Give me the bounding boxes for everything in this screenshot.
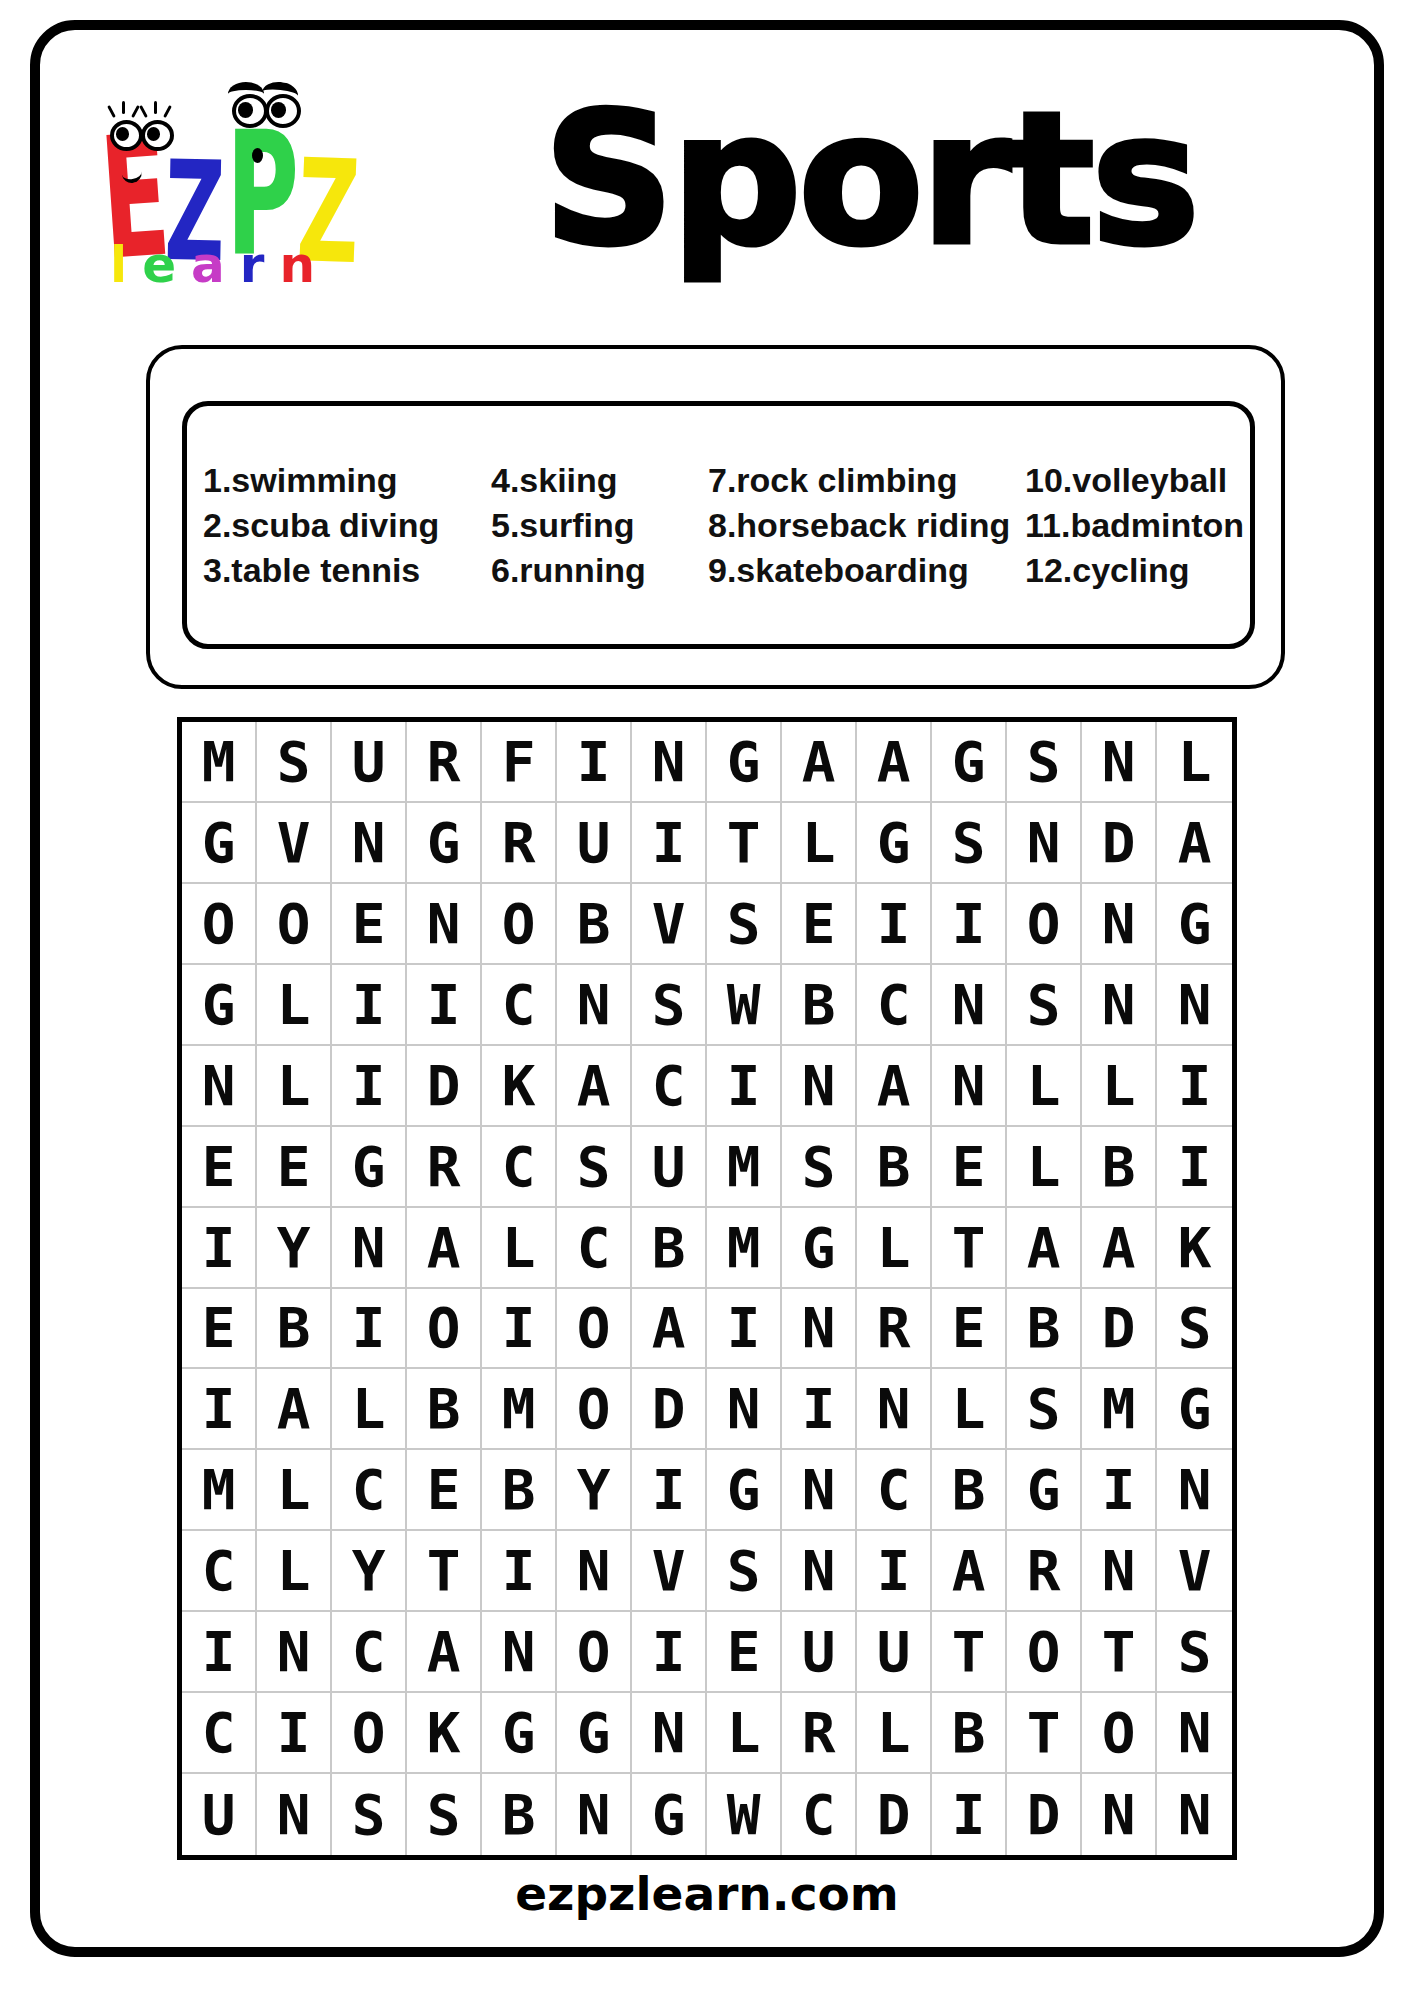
grid-cell[interactable]: Y	[257, 1208, 332, 1289]
grid-cell[interactable]: G	[1157, 884, 1232, 965]
grid-cell[interactable]: I	[332, 1046, 407, 1127]
grid-cell[interactable]: L	[857, 1693, 932, 1774]
grid-cell[interactable]: N	[482, 1612, 557, 1693]
grid-cell[interactable]: B	[482, 1450, 557, 1531]
grid-cell[interactable]: O	[1007, 884, 1082, 965]
grid-cell[interactable]: M	[482, 1369, 557, 1450]
grid-cell[interactable]: A	[632, 1289, 707, 1370]
grid-cell[interactable]: G	[932, 722, 1007, 803]
grid-cell[interactable]: K	[482, 1046, 557, 1127]
grid-cell[interactable]: V	[257, 803, 332, 884]
grid-cell[interactable]: C	[182, 1531, 257, 1612]
grid-cell[interactable]: O	[257, 884, 332, 965]
grid-cell[interactable]: N	[557, 1774, 632, 1855]
grid-cell[interactable]: N	[1157, 1450, 1232, 1531]
grid-cell[interactable]: O	[332, 1693, 407, 1774]
grid-cell[interactable]: N	[782, 1289, 857, 1370]
grid-cell[interactable]: N	[332, 1208, 407, 1289]
grid-cell[interactable]: U	[332, 722, 407, 803]
grid-cell[interactable]: C	[332, 1450, 407, 1531]
word-list-item: 7.rock climbing	[708, 458, 1025, 503]
grid-cell[interactable]: D	[1007, 1774, 1082, 1855]
grid-cell[interactable]: T	[1007, 1693, 1082, 1774]
grid-cell[interactable]: I	[857, 884, 932, 965]
grid-cell[interactable]: E	[782, 884, 857, 965]
grid-cell[interactable]: E	[182, 1127, 257, 1208]
grid-cell[interactable]: L	[707, 1693, 782, 1774]
grid-cell[interactable]: B	[557, 884, 632, 965]
grid-cell[interactable]: A	[857, 1046, 932, 1127]
logo-letter: e	[142, 236, 191, 294]
logo-letter: l	[110, 236, 142, 294]
grid-cell[interactable]: O	[557, 1612, 632, 1693]
worksheet-page: EZPZ learn Sports 1.swimming4.skiing7.ro…	[0, 0, 1414, 2000]
googly-eye-icon	[232, 94, 268, 128]
grid-cell[interactable]: O	[557, 1289, 632, 1370]
googly-eye-icon	[141, 120, 174, 151]
word-list-item: 6.running	[491, 548, 708, 593]
grid-cell[interactable]: N	[1082, 965, 1157, 1046]
word-list-item: 8.horseback riding	[708, 503, 1025, 548]
word-list-item: 12.cycling	[1025, 548, 1250, 593]
grid-cell[interactable]: I	[857, 1531, 932, 1612]
grid-cell[interactable]: N	[257, 1774, 332, 1855]
grid-cell[interactable]: N	[407, 884, 482, 965]
grid-cell[interactable]: I	[1157, 1127, 1232, 1208]
grid-cell[interactable]: I	[632, 1450, 707, 1531]
grid-cell[interactable]: O	[1007, 1612, 1082, 1693]
grid-cell[interactable]: N	[1082, 884, 1157, 965]
grid-cell[interactable]: N	[182, 1046, 257, 1127]
grid-cell[interactable]: K	[1157, 1208, 1232, 1289]
grid-cell[interactable]: L	[257, 1046, 332, 1127]
grid-cell[interactable]: L	[482, 1208, 557, 1289]
grid-cell[interactable]: B	[932, 1450, 1007, 1531]
word-list-item: 9.skateboarding	[708, 548, 1025, 593]
grid-cell[interactable]: N	[632, 1693, 707, 1774]
grid-cell[interactable]: A	[407, 1208, 482, 1289]
grid-cell[interactable]: M	[707, 1208, 782, 1289]
grid-cell[interactable]: R	[482, 803, 557, 884]
grid-cell[interactable]: N	[1157, 1774, 1232, 1855]
grid-cell[interactable]: G	[707, 1450, 782, 1531]
word-list-inner-box: 1.swimming4.skiing7.rock climbing10.voll…	[182, 401, 1255, 649]
footer-url: ezpzlearn.com	[0, 1866, 1414, 1921]
grid-cell[interactable]: S	[782, 1127, 857, 1208]
grid-cell[interactable]: N	[932, 1046, 1007, 1127]
grid-cell[interactable]: B	[932, 1693, 1007, 1774]
grid-cell[interactable]: A	[1157, 803, 1232, 884]
word-list-box: 1.swimming4.skiing7.rock climbing10.voll…	[146, 345, 1285, 689]
word-list-item: 2.scuba diving	[203, 503, 491, 548]
grid-cell[interactable]: G	[857, 803, 932, 884]
grid-cell[interactable]: W	[707, 1774, 782, 1855]
grid-cell[interactable]: N	[1082, 1531, 1157, 1612]
grid-cell[interactable]: S	[707, 884, 782, 965]
logo-sub-letters: learn	[110, 240, 330, 290]
grid-cell[interactable]: Y	[557, 1450, 632, 1531]
grid-cell[interactable]: O	[557, 1369, 632, 1450]
grid-cell[interactable]: N	[632, 722, 707, 803]
grid-cell[interactable]: A	[857, 722, 932, 803]
grid-cell[interactable]: S	[1007, 722, 1082, 803]
grid-cell[interactable]: L	[257, 1450, 332, 1531]
grid-cell[interactable]: G	[182, 965, 257, 1046]
grid-cell[interactable]: B	[857, 1127, 932, 1208]
grid-cell[interactable]: I	[1082, 1450, 1157, 1531]
grid-cell[interactable]: N	[1157, 965, 1232, 1046]
grid-cell[interactable]: B	[1082, 1127, 1157, 1208]
grid-cell[interactable]: E	[332, 884, 407, 965]
grid-cell[interactable]: D	[407, 1046, 482, 1127]
grid-cell[interactable]: R	[857, 1289, 932, 1370]
grid-cell[interactable]: N	[782, 1450, 857, 1531]
logo-letter: n	[279, 236, 330, 294]
grid-cell[interactable]: V	[632, 884, 707, 965]
grid-cell[interactable]: A	[257, 1369, 332, 1450]
grid-cell[interactable]: S	[932, 803, 1007, 884]
grid-cell[interactable]: O	[1082, 1693, 1157, 1774]
grid-cell[interactable]: S	[407, 1774, 482, 1855]
grid-cell[interactable]: G	[1157, 1369, 1232, 1450]
grid-cell[interactable]: I	[707, 1046, 782, 1127]
mouth-icon	[252, 148, 263, 163]
grid-cell[interactable]: N	[932, 965, 1007, 1046]
grid-cell[interactable]: L	[332, 1369, 407, 1450]
grid-cell[interactable]: G	[557, 1693, 632, 1774]
word-list-item: 10.volleyball	[1025, 458, 1250, 503]
grid-cell[interactable]: D	[857, 1774, 932, 1855]
grid-cell[interactable]: E	[932, 1127, 1007, 1208]
grid-cell[interactable]: O	[182, 884, 257, 965]
grid-cell[interactable]: U	[632, 1127, 707, 1208]
grid-cell[interactable]: I	[782, 1369, 857, 1450]
grid-cell[interactable]: L	[1007, 1127, 1082, 1208]
grid-cell[interactable]: G	[407, 803, 482, 884]
grid-cell[interactable]: B	[1007, 1289, 1082, 1370]
grid-cell[interactable]: R	[407, 722, 482, 803]
grid-cell[interactable]: V	[632, 1531, 707, 1612]
grid-cell[interactable]: M	[707, 1127, 782, 1208]
grid-cell[interactable]: I	[1157, 1046, 1232, 1127]
word-list: 1.swimming4.skiing7.rock climbing10.voll…	[187, 458, 1250, 593]
grid-cell[interactable]: A	[782, 722, 857, 803]
grid-cell[interactable]: M	[182, 1450, 257, 1531]
grid-cell[interactable]: S	[632, 965, 707, 1046]
grid-cell[interactable]: S	[707, 1531, 782, 1612]
ezpz-logo: EZPZ learn	[80, 88, 420, 338]
grid-cell[interactable]: A	[1007, 1208, 1082, 1289]
grid-cell[interactable]: F	[482, 722, 557, 803]
grid-cell[interactable]: N	[557, 1531, 632, 1612]
grid-cell[interactable]: I	[482, 1531, 557, 1612]
grid-cell[interactable]: L	[932, 1369, 1007, 1450]
grid-cell[interactable]: C	[857, 1450, 932, 1531]
grid-cell[interactable]: N	[857, 1369, 932, 1450]
grid-cell[interactable]: G	[782, 1208, 857, 1289]
grid-cell[interactable]: I	[182, 1612, 257, 1693]
grid-cell[interactable]: I	[182, 1369, 257, 1450]
grid-cell[interactable]: S	[1007, 965, 1082, 1046]
grid-cell[interactable]: I	[407, 965, 482, 1046]
grid-cell[interactable]: G	[482, 1693, 557, 1774]
grid-cell[interactable]: N	[1007, 803, 1082, 884]
grid-cell[interactable]: C	[632, 1046, 707, 1127]
grid-cell[interactable]: E	[257, 1127, 332, 1208]
grid-cell[interactable]: B	[482, 1774, 557, 1855]
grid-cell[interactable]: B	[632, 1208, 707, 1289]
grid-cell[interactable]: N	[257, 1612, 332, 1693]
grid-cell[interactable]: R	[782, 1693, 857, 1774]
grid-cell[interactable]: C	[182, 1693, 257, 1774]
grid-cell[interactable]: L	[1082, 1046, 1157, 1127]
grid-cell[interactable]: B	[407, 1369, 482, 1450]
grid-cell[interactable]: T	[932, 1612, 1007, 1693]
grid-cell[interactable]: U	[782, 1612, 857, 1693]
grid-cell[interactable]: L	[257, 1531, 332, 1612]
grid-cell[interactable]: Y	[332, 1531, 407, 1612]
grid-cell[interactable]: B	[257, 1289, 332, 1370]
grid-cell[interactable]: L	[1007, 1046, 1082, 1127]
grid-cell[interactable]: S	[332, 1774, 407, 1855]
grid-cell[interactable]: S	[1007, 1369, 1082, 1450]
grid-cell[interactable]: R	[1007, 1531, 1082, 1612]
grid-cell[interactable]: I	[632, 1612, 707, 1693]
eyelash-icon	[163, 105, 172, 118]
word-list-item: 5.surfing	[491, 503, 708, 548]
grid-cell[interactable]: C	[482, 965, 557, 1046]
logo-letter: r	[240, 236, 280, 294]
grid-cell[interactable]: L	[857, 1208, 932, 1289]
grid-cell[interactable]: I	[332, 965, 407, 1046]
word-list-item: 11.badminton	[1025, 503, 1250, 548]
grid-cell[interactable]: R	[407, 1127, 482, 1208]
grid-cell[interactable]: A	[932, 1531, 1007, 1612]
grid-cell[interactable]: I	[707, 1289, 782, 1370]
grid-cell[interactable]: I	[482, 1289, 557, 1370]
grid-cell[interactable]: D	[1082, 803, 1157, 884]
grid-cell[interactable]: I	[932, 1774, 1007, 1855]
grid-cell[interactable]: D	[632, 1369, 707, 1450]
grid-cell[interactable]: E	[932, 1289, 1007, 1370]
grid-cell[interactable]: T	[707, 803, 782, 884]
grid-cell[interactable]: I	[632, 803, 707, 884]
grid-cell[interactable]: T	[932, 1208, 1007, 1289]
grid-cell[interactable]: C	[557, 1208, 632, 1289]
grid-cell[interactable]: I	[557, 722, 632, 803]
grid-cell[interactable]: L	[257, 965, 332, 1046]
grid-cell[interactable]: G	[707, 722, 782, 803]
grid-cell[interactable]: C	[482, 1127, 557, 1208]
grid-cell[interactable]: S	[1157, 1612, 1232, 1693]
grid-cell[interactable]: U	[857, 1612, 932, 1693]
grid-cell[interactable]: A	[407, 1612, 482, 1693]
grid-cell[interactable]: S	[1157, 1289, 1232, 1370]
grid-cell[interactable]: I	[332, 1289, 407, 1370]
grid-cell[interactable]: O	[407, 1289, 482, 1370]
grid-cell[interactable]: G	[332, 1127, 407, 1208]
word-list-item: 1.swimming	[203, 458, 491, 503]
grid-cell[interactable]: O	[482, 884, 557, 965]
grid-cell[interactable]: G	[1007, 1450, 1082, 1531]
grid-cell[interactable]: I	[182, 1208, 257, 1289]
logo-letter: a	[191, 236, 240, 294]
grid-cell[interactable]: E	[182, 1289, 257, 1370]
grid-cell[interactable]: A	[1082, 1208, 1157, 1289]
grid-cell[interactable]: I	[257, 1693, 332, 1774]
grid-cell[interactable]: V	[1157, 1531, 1232, 1612]
grid-cell[interactable]: K	[407, 1693, 482, 1774]
grid-cell[interactable]: B	[782, 965, 857, 1046]
grid-cell[interactable]: E	[407, 1450, 482, 1531]
grid-cell[interactable]: D	[1082, 1289, 1157, 1370]
grid-cell[interactable]: C	[332, 1612, 407, 1693]
grid-cell[interactable]: U	[557, 803, 632, 884]
grid-cell[interactable]: G	[632, 1774, 707, 1855]
grid-cell[interactable]: U	[182, 1774, 257, 1855]
grid-cell[interactable]: I	[932, 884, 1007, 965]
word-list-item: 3.table tennis	[203, 548, 491, 593]
grid-cell[interactable]: N	[557, 965, 632, 1046]
grid-cell[interactable]: S	[557, 1127, 632, 1208]
grid-cell[interactable]: C	[782, 1774, 857, 1855]
googly-eye-icon	[265, 94, 301, 128]
puzzle-grid: MSURFINGAAGSNLGVNGRUITLGSNDAOOENOBVSEIIO…	[177, 717, 1237, 1860]
grid-cell[interactable]: N	[332, 803, 407, 884]
grid-cell[interactable]: N	[1157, 1693, 1232, 1774]
grid-cell[interactable]: L	[782, 803, 857, 884]
grid-cell[interactable]: N	[707, 1369, 782, 1450]
grid-cell[interactable]: L	[1157, 722, 1232, 803]
grid-cell[interactable]: G	[182, 803, 257, 884]
grid-cell[interactable]: A	[557, 1046, 632, 1127]
grid-cell[interactable]: M	[182, 722, 257, 803]
grid-cell[interactable]: M	[1082, 1369, 1157, 1450]
grid-cell[interactable]: S	[257, 722, 332, 803]
grid-cell[interactable]: E	[707, 1612, 782, 1693]
word-list-item: 4.skiing	[491, 458, 708, 503]
grid-cell[interactable]: W	[707, 965, 782, 1046]
grid-cell[interactable]: N	[1082, 1774, 1157, 1855]
grid-cell[interactable]: T	[407, 1531, 482, 1612]
grid-cell[interactable]: T	[1082, 1612, 1157, 1693]
googly-eye-icon	[110, 120, 143, 151]
grid-cell[interactable]: N	[1082, 722, 1157, 803]
grid-cell[interactable]: N	[782, 1046, 857, 1127]
page-title: Sports	[400, 66, 1340, 294]
grid-cell[interactable]: C	[857, 965, 932, 1046]
grid-cell[interactable]: N	[782, 1531, 857, 1612]
